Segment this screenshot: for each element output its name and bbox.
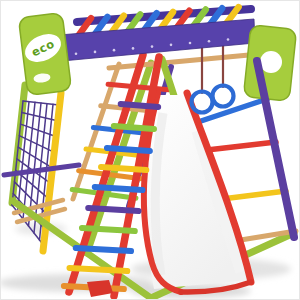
gym-rings [192,43,234,113]
right-panel-hand-hole [260,51,282,73]
front-ladder-rung-purple [121,104,158,107]
screw-dot [189,42,192,45]
screw-dot [113,49,116,52]
screw-dot [151,45,154,48]
screw-dot [170,44,173,47]
back-ladder-rung-red [108,84,169,90]
screw-dot [208,40,211,43]
product-photo-children-climbing-gym: eco [0,0,300,300]
screw-dot [75,52,78,55]
back-wooden-bar [109,55,249,68]
climbing-net-section [4,85,79,251]
front-ladder-rung-blue [76,248,131,251]
gym-ring [213,86,234,107]
front-ladder-rung-blue [107,148,150,151]
front-ladder-rung-yellow [69,268,127,271]
front-ladder-rung-green [82,228,135,231]
screw-dot [132,47,135,50]
right-ladder-rung-red [207,142,276,150]
screw-dot [227,38,230,41]
left-side-panel: eco [18,13,71,96]
front-ladder-rung-green [114,126,154,129]
gym-ring [192,92,213,113]
front-ladder-rung-purple [88,208,138,211]
right-side-panel [243,25,296,101]
screw-dot [94,51,97,54]
front-ladder-foot [87,280,113,297]
slide [144,93,251,292]
monkey-bars [59,7,255,61]
front-ladder-rung-blue [95,187,143,190]
front-ladder-rung-yellow [101,167,146,170]
